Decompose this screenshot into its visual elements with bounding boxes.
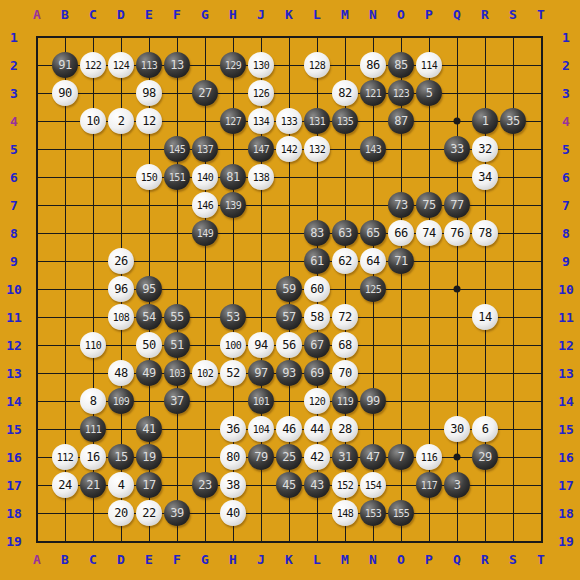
- move-number: 8: [90, 394, 97, 408]
- row-label-right-5: 5: [562, 142, 570, 157]
- move-number: 135: [337, 116, 354, 127]
- move-number: 130: [253, 60, 270, 71]
- col-label-top-O: O: [397, 7, 405, 22]
- stone-M3[interactable]: 82: [332, 80, 358, 106]
- row-label-right-1: 1: [562, 30, 570, 45]
- move-number: 53: [226, 310, 239, 324]
- col-label-top-S: S: [509, 7, 517, 22]
- stone-H15[interactable]: 36: [220, 416, 246, 442]
- col-label-top-P: P: [425, 7, 433, 22]
- move-number: 42: [310, 450, 323, 464]
- stone-E18[interactable]: 22: [136, 500, 162, 526]
- stone-P2[interactable]: 114: [416, 52, 442, 78]
- stone-C14[interactable]: 8: [80, 388, 106, 414]
- col-label-top-D: D: [117, 7, 125, 22]
- stone-B17[interactable]: 24: [52, 472, 78, 498]
- move-number: 90: [58, 86, 71, 100]
- stone-H13[interactable]: 52: [220, 360, 246, 386]
- stone-K13[interactable]: 93: [276, 360, 302, 386]
- move-number: 51: [170, 338, 183, 352]
- row-label-left-11: 11: [6, 310, 22, 325]
- stone-Q8[interactable]: 76: [444, 220, 470, 246]
- move-number: 142: [281, 144, 298, 155]
- move-number: 86: [366, 58, 379, 72]
- stone-B16[interactable]: 112: [52, 444, 78, 470]
- row-label-left-2: 2: [10, 58, 18, 73]
- stone-D16[interactable]: 15: [108, 444, 134, 470]
- stone-J16[interactable]: 79: [248, 444, 274, 470]
- stone-N5[interactable]: 143: [360, 136, 386, 162]
- stone-G13[interactable]: 102: [192, 360, 218, 386]
- stone-Q15[interactable]: 30: [444, 416, 470, 442]
- row-label-right-14: 14: [558, 394, 574, 409]
- stone-H2[interactable]: 129: [220, 52, 246, 78]
- col-label-bottom-E: E: [145, 552, 153, 567]
- stone-P17[interactable]: 117: [416, 472, 442, 498]
- move-number: 3: [454, 478, 461, 492]
- move-number: 40: [226, 506, 239, 520]
- row-label-left-13: 13: [6, 366, 22, 381]
- stone-E16[interactable]: 19: [136, 444, 162, 470]
- stone-C2[interactable]: 122: [80, 52, 106, 78]
- stone-E12[interactable]: 50: [136, 332, 162, 358]
- stone-O9[interactable]: 71: [388, 248, 414, 274]
- stone-R5[interactable]: 32: [472, 136, 498, 162]
- move-number: 145: [169, 144, 186, 155]
- row-label-left-12: 12: [6, 338, 22, 353]
- move-number: 124: [113, 60, 130, 71]
- stone-J4[interactable]: 134: [248, 108, 274, 134]
- stone-P7[interactable]: 75: [416, 192, 442, 218]
- col-label-bottom-O: O: [397, 552, 405, 567]
- stone-O8[interactable]: 66: [388, 220, 414, 246]
- move-number: 20: [114, 506, 127, 520]
- col-label-bottom-C: C: [89, 552, 97, 567]
- row-label-left-8: 8: [10, 226, 18, 241]
- col-label-bottom-T: T: [537, 552, 545, 567]
- move-number: 10: [86, 114, 99, 128]
- move-number: 132: [309, 144, 326, 155]
- move-number: 33: [450, 142, 463, 156]
- stone-O3[interactable]: 123: [388, 80, 414, 106]
- stone-K12[interactable]: 56: [276, 332, 302, 358]
- stone-H17[interactable]: 38: [220, 472, 246, 498]
- stone-D11[interactable]: 108: [108, 304, 134, 330]
- row-label-left-7: 7: [10, 198, 18, 213]
- stone-J2[interactable]: 130: [248, 52, 274, 78]
- stone-G7[interactable]: 146: [192, 192, 218, 218]
- move-number: 134: [253, 116, 270, 127]
- stone-L15[interactable]: 44: [304, 416, 330, 442]
- move-number: 127: [225, 116, 242, 127]
- col-label-top-B: B: [61, 7, 69, 22]
- move-number: 149: [197, 228, 214, 239]
- col-label-bottom-A: A: [33, 552, 41, 567]
- move-number: 150: [141, 172, 158, 183]
- row-label-left-16: 16: [6, 450, 22, 465]
- stone-M8[interactable]: 63: [332, 220, 358, 246]
- col-label-top-M: M: [341, 7, 349, 22]
- stone-F11[interactable]: 55: [164, 304, 190, 330]
- stone-P16[interactable]: 116: [416, 444, 442, 470]
- stone-H12[interactable]: 100: [220, 332, 246, 358]
- col-label-top-G: G: [201, 7, 209, 22]
- move-number: 95: [142, 282, 155, 296]
- move-number: 96: [114, 282, 127, 296]
- move-number: 126: [253, 88, 270, 99]
- move-number: 122: [85, 60, 102, 71]
- move-number: 78: [478, 226, 491, 240]
- stone-D13[interactable]: 48: [108, 360, 134, 386]
- move-number: 52: [226, 366, 239, 380]
- col-label-top-E: E: [145, 7, 153, 22]
- move-number: 50: [142, 338, 155, 352]
- stone-J3[interactable]: 126: [248, 80, 274, 106]
- stone-G8[interactable]: 149: [192, 220, 218, 246]
- stone-L11[interactable]: 58: [304, 304, 330, 330]
- move-number: 148: [337, 508, 354, 519]
- move-number: 140: [197, 172, 214, 183]
- stone-O2[interactable]: 85: [388, 52, 414, 78]
- move-number: 32: [478, 142, 491, 156]
- row-label-left-6: 6: [10, 170, 18, 185]
- move-number: 121: [365, 88, 382, 99]
- stone-L9[interactable]: 61: [304, 248, 330, 274]
- stone-J13[interactable]: 97: [248, 360, 274, 386]
- stone-R16[interactable]: 29: [472, 444, 498, 470]
- stone-R6[interactable]: 34: [472, 164, 498, 190]
- move-number: 75: [422, 198, 435, 212]
- move-number: 103: [169, 368, 186, 379]
- move-number: 104: [253, 424, 270, 435]
- row-label-left-14: 14: [6, 394, 22, 409]
- move-number: 85: [394, 58, 407, 72]
- move-number: 28: [338, 422, 351, 436]
- stone-O16[interactable]: 7: [388, 444, 414, 470]
- move-number: 72: [338, 310, 351, 324]
- col-label-bottom-R: R: [481, 552, 489, 567]
- stone-N14[interactable]: 99: [360, 388, 386, 414]
- move-number: 39: [170, 506, 183, 520]
- row-label-left-1: 1: [10, 30, 18, 45]
- stone-H4[interactable]: 127: [220, 108, 246, 134]
- stone-O4[interactable]: 87: [388, 108, 414, 134]
- move-number: 146: [197, 200, 214, 211]
- move-number: 14: [478, 310, 491, 324]
- stone-C12[interactable]: 110: [80, 332, 106, 358]
- col-label-bottom-K: K: [285, 552, 293, 567]
- stone-K15[interactable]: 46: [276, 416, 302, 442]
- move-number: 48: [114, 366, 127, 380]
- stone-G3[interactable]: 27: [192, 80, 218, 106]
- stone-P3[interactable]: 5: [416, 80, 442, 106]
- stone-R15[interactable]: 6: [472, 416, 498, 442]
- stone-H16[interactable]: 80: [220, 444, 246, 470]
- move-number: 26: [114, 254, 127, 268]
- col-label-bottom-L: L: [313, 552, 321, 567]
- stone-O7[interactable]: 73: [388, 192, 414, 218]
- row-label-left-19: 19: [6, 534, 22, 549]
- move-number: 131: [309, 116, 326, 127]
- move-number: 125: [365, 284, 382, 295]
- move-number: 70: [338, 366, 351, 380]
- stone-J15[interactable]: 104: [248, 416, 274, 442]
- stone-E11[interactable]: 54: [136, 304, 162, 330]
- row-label-left-10: 10: [6, 282, 22, 297]
- move-number: 99: [366, 394, 379, 408]
- stone-D14[interactable]: 109: [108, 388, 134, 414]
- stone-L8[interactable]: 83: [304, 220, 330, 246]
- stone-Q7[interactable]: 77: [444, 192, 470, 218]
- move-number: 69: [310, 366, 323, 380]
- stone-N8[interactable]: 65: [360, 220, 386, 246]
- move-number: 94: [254, 338, 267, 352]
- stone-J12[interactable]: 94: [248, 332, 274, 358]
- move-number: 154: [365, 480, 382, 491]
- stone-C17[interactable]: 21: [80, 472, 106, 498]
- move-number: 5: [426, 86, 433, 100]
- move-number: 4: [118, 478, 125, 492]
- stone-E2[interactable]: 113: [136, 52, 162, 78]
- move-number: 68: [338, 338, 351, 352]
- stone-H11[interactable]: 53: [220, 304, 246, 330]
- move-number: 13: [170, 58, 183, 72]
- stone-F18[interactable]: 39: [164, 500, 190, 526]
- row-label-left-17: 17: [6, 478, 22, 493]
- move-number: 30: [450, 422, 463, 436]
- col-label-top-Q: Q: [453, 7, 461, 22]
- move-number: 139: [225, 200, 242, 211]
- stone-N17[interactable]: 154: [360, 472, 386, 498]
- stone-F5[interactable]: 145: [164, 136, 190, 162]
- stone-B2[interactable]: 91: [52, 52, 78, 78]
- move-number: 123: [393, 88, 410, 99]
- move-number: 97: [254, 366, 267, 380]
- stone-M17[interactable]: 152: [332, 472, 358, 498]
- move-number: 12: [142, 114, 155, 128]
- stone-E13[interactable]: 49: [136, 360, 162, 386]
- move-number: 114: [421, 60, 438, 71]
- move-number: 77: [450, 198, 463, 212]
- move-number: 151: [169, 172, 186, 183]
- move-number: 66: [394, 226, 407, 240]
- stone-C16[interactable]: 16: [80, 444, 106, 470]
- stone-M12[interactable]: 68: [332, 332, 358, 358]
- stone-N3[interactable]: 121: [360, 80, 386, 106]
- move-number: 47: [366, 450, 379, 464]
- stone-K16[interactable]: 25: [276, 444, 302, 470]
- stone-D9[interactable]: 26: [108, 248, 134, 274]
- row-label-right-16: 16: [558, 450, 574, 465]
- row-label-right-13: 13: [558, 366, 574, 381]
- col-label-top-T: T: [537, 7, 545, 22]
- move-number: 79: [254, 450, 267, 464]
- stone-D4[interactable]: 2: [108, 108, 134, 134]
- stone-J5[interactable]: 147: [248, 136, 274, 162]
- col-label-top-R: R: [481, 7, 489, 22]
- stone-H7[interactable]: 139: [220, 192, 246, 218]
- stone-P8[interactable]: 74: [416, 220, 442, 246]
- stone-F13[interactable]: 103: [164, 360, 190, 386]
- stone-M4[interactable]: 135: [332, 108, 358, 134]
- stone-F6[interactable]: 151: [164, 164, 190, 190]
- stone-L5[interactable]: 132: [304, 136, 330, 162]
- stone-L16[interactable]: 42: [304, 444, 330, 470]
- stone-L12[interactable]: 67: [304, 332, 330, 358]
- stone-K4[interactable]: 133: [276, 108, 302, 134]
- row-label-right-2: 2: [562, 58, 570, 73]
- stone-D10[interactable]: 96: [108, 276, 134, 302]
- stone-E10[interactable]: 95: [136, 276, 162, 302]
- stone-N18[interactable]: 153: [360, 500, 386, 526]
- move-number: 16: [86, 450, 99, 464]
- stone-E4[interactable]: 12: [136, 108, 162, 134]
- stone-C15[interactable]: 111: [80, 416, 106, 442]
- col-label-bottom-N: N: [369, 552, 377, 567]
- stone-E15[interactable]: 41: [136, 416, 162, 442]
- stone-J14[interactable]: 101: [248, 388, 274, 414]
- stone-M15[interactable]: 28: [332, 416, 358, 442]
- stone-E6[interactable]: 150: [136, 164, 162, 190]
- stone-K10[interactable]: 59: [276, 276, 302, 302]
- move-number: 76: [450, 226, 463, 240]
- move-number: 110: [85, 340, 102, 351]
- stone-G5[interactable]: 137: [192, 136, 218, 162]
- move-number: 61: [310, 254, 323, 268]
- col-label-top-A: A: [33, 7, 41, 22]
- stone-L17[interactable]: 43: [304, 472, 330, 498]
- move-number: 44: [310, 422, 323, 436]
- col-label-top-C: C: [89, 7, 97, 22]
- stone-R4[interactable]: 1: [472, 108, 498, 134]
- col-label-bottom-D: D: [117, 552, 125, 567]
- col-label-bottom-J: J: [257, 552, 265, 567]
- stone-E17[interactable]: 17: [136, 472, 162, 498]
- stone-M11[interactable]: 72: [332, 304, 358, 330]
- stone-H6[interactable]: 81: [220, 164, 246, 190]
- col-label-bottom-S: S: [509, 552, 517, 567]
- stone-D18[interactable]: 20: [108, 500, 134, 526]
- move-number: 143: [365, 144, 382, 155]
- move-number: 36: [226, 422, 239, 436]
- stone-F2[interactable]: 13: [164, 52, 190, 78]
- move-number: 60: [310, 282, 323, 296]
- move-number: 80: [226, 450, 239, 464]
- move-number: 38: [226, 478, 239, 492]
- move-number: 19: [142, 450, 155, 464]
- stone-Q17[interactable]: 3: [444, 472, 470, 498]
- col-label-top-K: K: [285, 7, 293, 22]
- col-label-bottom-M: M: [341, 552, 349, 567]
- row-label-right-19: 19: [558, 534, 574, 549]
- stone-M13[interactable]: 70: [332, 360, 358, 386]
- stone-L10[interactable]: 60: [304, 276, 330, 302]
- stone-C4[interactable]: 10: [80, 108, 106, 134]
- stone-L4[interactable]: 131: [304, 108, 330, 134]
- move-number: 155: [393, 508, 410, 519]
- move-number: 152: [337, 480, 354, 491]
- stone-O18[interactable]: 155: [388, 500, 414, 526]
- stone-R8[interactable]: 78: [472, 220, 498, 246]
- stone-D2[interactable]: 124: [108, 52, 134, 78]
- move-number: 98: [142, 86, 155, 100]
- move-number: 120: [309, 396, 326, 407]
- stone-S4[interactable]: 35: [500, 108, 526, 134]
- col-label-top-F: F: [173, 7, 181, 22]
- move-number: 147: [253, 144, 270, 155]
- stone-R11[interactable]: 14: [472, 304, 498, 330]
- move-number: 55: [170, 310, 183, 324]
- stone-N10[interactable]: 125: [360, 276, 386, 302]
- move-number: 23: [198, 478, 211, 492]
- row-label-left-5: 5: [10, 142, 18, 157]
- row-label-right-9: 9: [562, 254, 570, 269]
- stone-E3[interactable]: 98: [136, 80, 162, 106]
- move-number: 137: [197, 144, 214, 155]
- stone-Q5[interactable]: 33: [444, 136, 470, 162]
- stone-D17[interactable]: 4: [108, 472, 134, 498]
- row-label-right-11: 11: [558, 310, 574, 325]
- move-number: 65: [366, 226, 379, 240]
- stone-M9[interactable]: 62: [332, 248, 358, 274]
- move-number: 100: [225, 340, 242, 351]
- row-label-right-3: 3: [562, 86, 570, 101]
- stone-M14[interactable]: 119: [332, 388, 358, 414]
- move-number: 63: [338, 226, 351, 240]
- star-point-Q10: [454, 286, 461, 293]
- stone-H18[interactable]: 40: [220, 500, 246, 526]
- move-number: 59: [282, 282, 295, 296]
- stone-L13[interactable]: 69: [304, 360, 330, 386]
- star-point-Q4: [454, 118, 461, 125]
- col-label-top-L: L: [313, 7, 321, 22]
- move-number: 45: [282, 478, 295, 492]
- move-number: 15: [114, 450, 127, 464]
- stone-F12[interactable]: 51: [164, 332, 190, 358]
- stone-N2[interactable]: 86: [360, 52, 386, 78]
- move-number: 25: [282, 450, 295, 464]
- stone-G6[interactable]: 140: [192, 164, 218, 190]
- move-number: 62: [338, 254, 351, 268]
- row-label-right-7: 7: [562, 198, 570, 213]
- stone-J6[interactable]: 138: [248, 164, 274, 190]
- move-number: 91: [58, 58, 71, 72]
- stone-F14[interactable]: 37: [164, 388, 190, 414]
- move-number: 34: [478, 170, 491, 184]
- stone-K5[interactable]: 142: [276, 136, 302, 162]
- stone-M16[interactable]: 31: [332, 444, 358, 470]
- move-number: 6: [482, 422, 489, 436]
- stone-B3[interactable]: 90: [52, 80, 78, 106]
- row-label-left-9: 9: [10, 254, 18, 269]
- move-number: 101: [253, 396, 270, 407]
- stone-L2[interactable]: 128: [304, 52, 330, 78]
- stone-K17[interactable]: 45: [276, 472, 302, 498]
- stone-G17[interactable]: 23: [192, 472, 218, 498]
- move-number: 56: [282, 338, 295, 352]
- move-number: 93: [282, 366, 295, 380]
- stone-N16[interactable]: 47: [360, 444, 386, 470]
- star-point-Q16: [454, 454, 461, 461]
- move-number: 81: [226, 170, 239, 184]
- row-label-right-17: 17: [558, 478, 574, 493]
- stone-K11[interactable]: 57: [276, 304, 302, 330]
- move-number: 58: [310, 310, 323, 324]
- stone-L14[interactable]: 120: [304, 388, 330, 414]
- stone-N9[interactable]: 64: [360, 248, 386, 274]
- stone-M18[interactable]: 148: [332, 500, 358, 526]
- row-label-left-4: 4: [10, 114, 18, 129]
